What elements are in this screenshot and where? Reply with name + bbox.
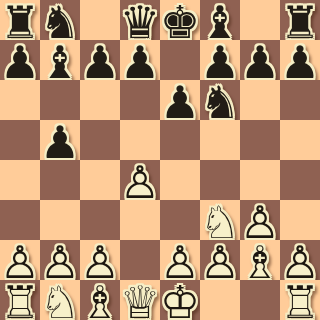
square-c4[interactable] [80,160,120,200]
square-g3[interactable]: ♟♙ [240,200,280,240]
piece-outline-glyph: ♘ [40,282,80,320]
piece-black-pawn[interactable]: ♟ [120,40,160,80]
square-b3[interactable] [40,200,80,240]
square-a5[interactable] [0,120,40,160]
square-f2[interactable]: ♟♙ [200,240,240,280]
piece-black-bishop[interactable]: ♝ [40,40,80,80]
piece-black-king[interactable]: ♚ [160,0,200,40]
square-h3[interactable] [280,200,320,240]
piece-white-knight[interactable]: ♞♘ [200,200,240,240]
square-c6[interactable] [80,80,120,120]
square-c1[interactable]: ♝♗ [80,280,120,320]
square-f8[interactable]: ♝ [200,0,240,40]
square-h1[interactable]: ♜♖ [280,280,320,320]
square-c8[interactable] [80,0,120,40]
square-e3[interactable] [160,200,200,240]
piece-outline-glyph: ♙ [120,162,160,202]
piece-black-pawn[interactable]: ♟ [280,40,320,80]
square-d2[interactable] [120,240,160,280]
piece-black-rook[interactable]: ♜ [280,0,320,40]
square-g6[interactable] [240,80,280,120]
piece-white-pawn[interactable]: ♟♙ [40,240,80,280]
piece-black-pawn[interactable]: ♟ [0,40,40,80]
piece-outline-glyph: ♔ [160,282,200,320]
piece-glyph: ♟ [120,42,160,82]
square-e5[interactable] [160,120,200,160]
square-f4[interactable] [200,160,240,200]
piece-black-pawn[interactable]: ♟ [200,40,240,80]
square-e2[interactable]: ♟♙ [160,240,200,280]
piece-black-queen[interactable]: ♛ [120,0,160,40]
square-b1[interactable]: ♞♘ [40,280,80,320]
piece-white-pawn[interactable]: ♟♙ [120,160,160,200]
square-g8[interactable] [240,0,280,40]
piece-white-rook[interactable]: ♜♖ [0,280,40,320]
piece-white-knight[interactable]: ♞♘ [40,280,80,320]
square-d7[interactable]: ♟ [120,40,160,80]
square-g2[interactable]: ♝♗ [240,240,280,280]
piece-black-knight[interactable]: ♞ [200,80,240,120]
piece-black-knight[interactable]: ♞ [40,0,80,40]
square-h2[interactable]: ♟♙ [280,240,320,280]
piece-white-bishop[interactable]: ♝♗ [240,240,280,280]
square-d8[interactable]: ♛ [120,0,160,40]
square-c2[interactable]: ♟♙ [80,240,120,280]
square-d3[interactable] [120,200,160,240]
square-c3[interactable] [80,200,120,240]
piece-black-pawn[interactable]: ♟ [160,80,200,120]
square-h5[interactable] [280,120,320,160]
square-f5[interactable] [200,120,240,160]
square-b6[interactable] [40,80,80,120]
piece-white-rook[interactable]: ♜♖ [280,280,320,320]
piece-outline-glyph: ♖ [0,282,40,320]
piece-outline-glyph: ♖ [280,282,320,320]
square-d4[interactable]: ♟♙ [120,160,160,200]
square-h4[interactable] [280,160,320,200]
square-b5[interactable]: ♟ [40,120,80,160]
square-b4[interactable] [40,160,80,200]
square-h6[interactable] [280,80,320,120]
square-f1[interactable] [200,280,240,320]
piece-outline-glyph: ♕ [120,282,160,320]
piece-outline-glyph: ♗ [80,282,120,320]
square-a2[interactable]: ♟♙ [0,240,40,280]
square-b8[interactable]: ♞ [40,0,80,40]
square-f6[interactable]: ♞ [200,80,240,120]
piece-glyph: ♟ [40,122,80,162]
piece-outline-glyph: ♗ [240,242,280,282]
piece-glyph: ♟ [0,42,40,82]
piece-white-pawn[interactable]: ♟♙ [0,240,40,280]
piece-outline-glyph: ♙ [200,242,240,282]
square-g1[interactable] [240,280,280,320]
piece-glyph: ♟ [240,42,280,82]
square-e6[interactable]: ♟ [160,80,200,120]
chess-board: ♜♞♛♚♝♜♟♝♟♟♟♟♟♟♞♟♟♙♞♘♟♙♟♙♟♙♟♙♟♙♟♙♝♗♟♙♜♖♞♘… [0,0,320,320]
square-e4[interactable] [160,160,200,200]
square-b7[interactable]: ♝ [40,40,80,80]
piece-black-pawn[interactable]: ♟ [40,120,80,160]
piece-glyph: ♟ [280,42,320,82]
square-f7[interactable]: ♟ [200,40,240,80]
piece-glyph: ♝ [40,42,80,82]
square-a7[interactable]: ♟ [0,40,40,80]
square-d6[interactable] [120,80,160,120]
piece-white-bishop[interactable]: ♝♗ [80,280,120,320]
square-d5[interactable] [120,120,160,160]
piece-glyph: ♟ [80,42,120,82]
piece-white-pawn[interactable]: ♟♙ [80,240,120,280]
piece-glyph: ♟ [160,82,200,122]
piece-white-pawn[interactable]: ♟♙ [280,240,320,280]
piece-glyph: ♚ [160,2,200,42]
square-d1[interactable]: ♛♕ [120,280,160,320]
piece-black-rook[interactable]: ♜ [0,0,40,40]
square-b2[interactable]: ♟♙ [40,240,80,280]
piece-white-pawn[interactable]: ♟♙ [160,240,200,280]
square-f3[interactable]: ♞♘ [200,200,240,240]
square-e7[interactable] [160,40,200,80]
piece-white-pawn[interactable]: ♟♙ [240,200,280,240]
piece-white-king[interactable]: ♚♔ [160,280,200,320]
square-a4[interactable] [0,160,40,200]
piece-black-pawn[interactable]: ♟ [240,40,280,80]
piece-black-bishop[interactable]: ♝ [200,0,240,40]
square-e8[interactable]: ♚ [160,0,200,40]
square-a6[interactable] [0,80,40,120]
square-c7[interactable]: ♟ [80,40,120,80]
square-a8[interactable]: ♜ [0,0,40,40]
piece-black-pawn[interactable]: ♟ [80,40,120,80]
square-c5[interactable] [80,120,120,160]
square-g4[interactable] [240,160,280,200]
piece-white-queen[interactable]: ♛♕ [120,280,160,320]
square-g7[interactable]: ♟ [240,40,280,80]
square-g5[interactable] [240,120,280,160]
piece-glyph: ♞ [200,82,240,122]
square-a1[interactable]: ♜♖ [0,280,40,320]
square-h7[interactable]: ♟ [280,40,320,80]
piece-white-pawn[interactable]: ♟♙ [200,240,240,280]
square-a3[interactable] [0,200,40,240]
square-e1[interactable]: ♚♔ [160,280,200,320]
square-h8[interactable]: ♜ [280,0,320,40]
